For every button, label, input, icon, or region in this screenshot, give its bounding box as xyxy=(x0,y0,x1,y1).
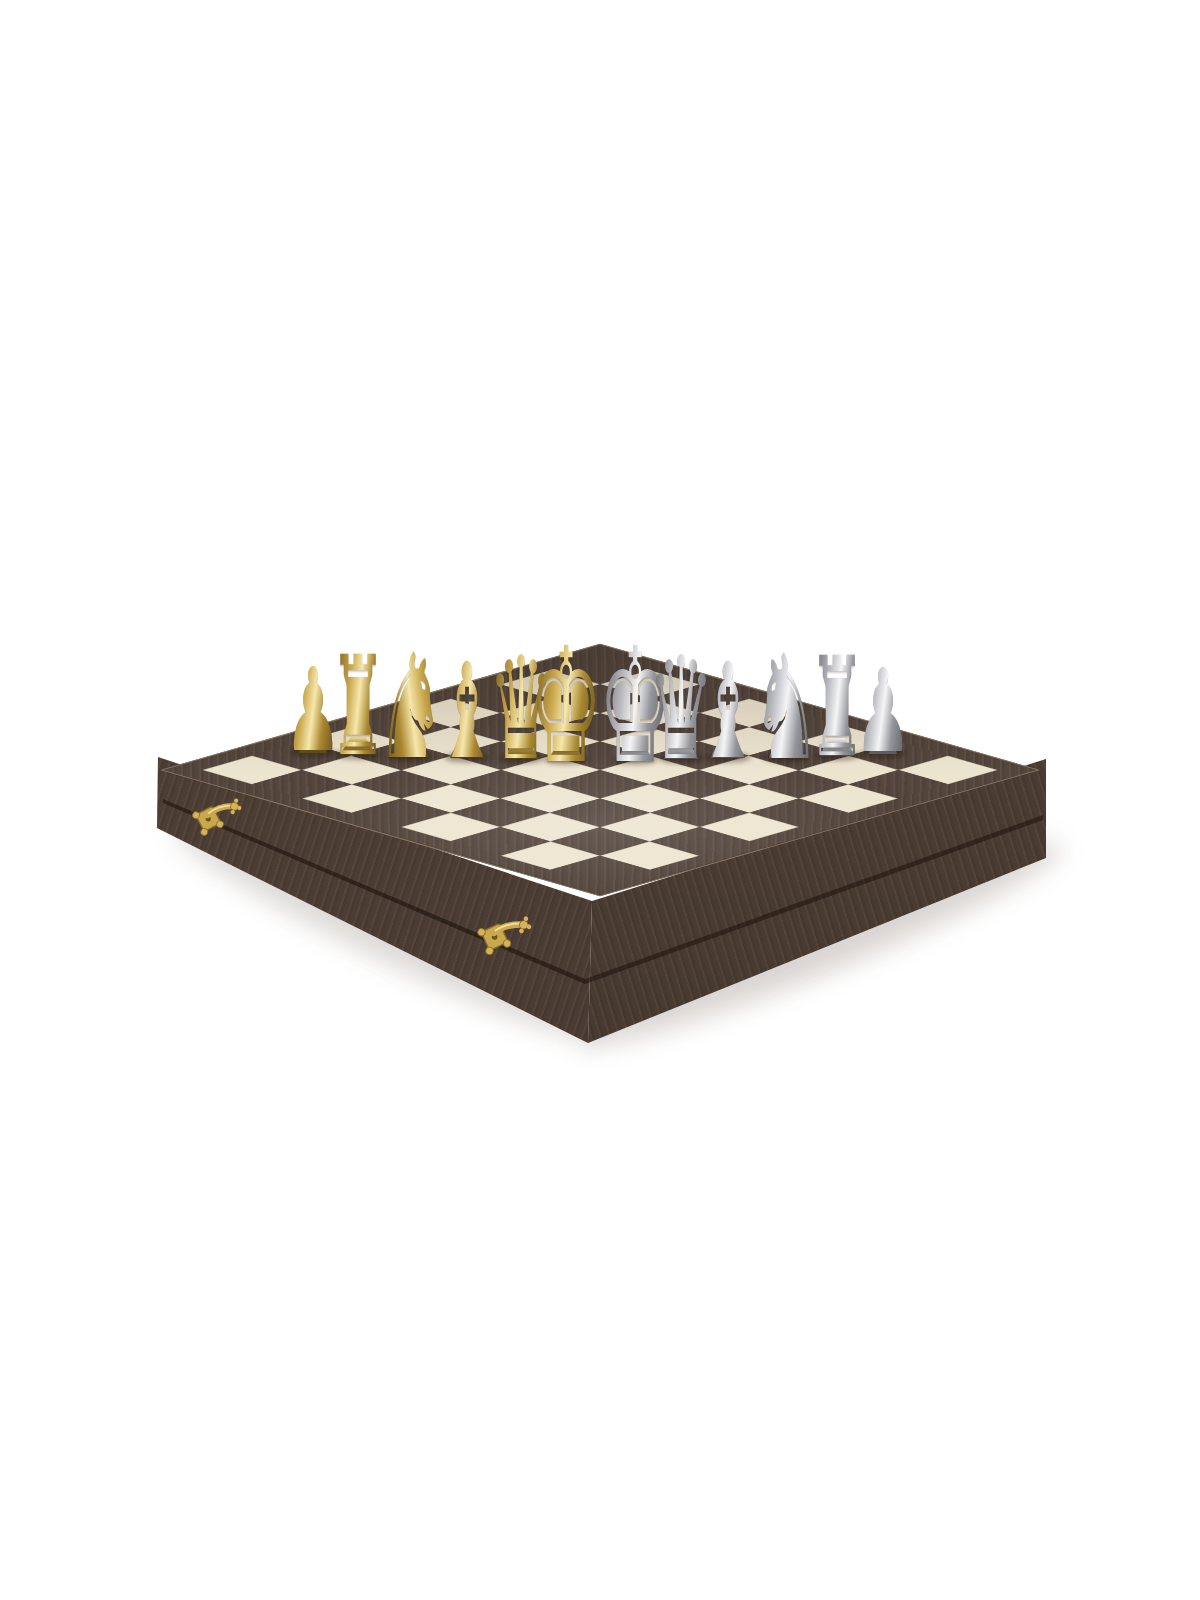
piece-figure-glyph-pawn: ♟ xyxy=(854,654,912,769)
piece-silver-pawn: ♟ xyxy=(851,656,915,754)
pieces-layer: ♟♜♞♝♛♚♚♛♝♞♜♟ xyxy=(0,0,1200,1600)
piece-brass-knight: ♞ xyxy=(379,637,443,757)
scene: ♟♜♞♝♛♚♚♛♝♞♜♟ xyxy=(0,0,1200,1600)
piece-figure-glyph-bishop: ♝ xyxy=(698,645,757,777)
piece-brass-king: ♚ xyxy=(534,630,598,760)
piece-figure-glyph-king: ♚ xyxy=(529,626,603,785)
